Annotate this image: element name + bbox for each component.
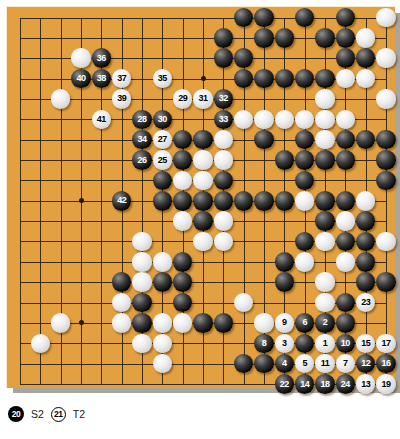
black-stone [376, 130, 396, 150]
white-stone [376, 48, 396, 68]
white-stone: 1 [315, 334, 335, 354]
black-stone [173, 150, 193, 170]
move-number: 16 [381, 359, 390, 368]
black-stone [214, 48, 234, 68]
white-stone [214, 232, 234, 252]
black-stone [214, 313, 234, 333]
white-stone [356, 69, 376, 89]
white-stone: 29 [173, 89, 193, 109]
black-stone: 34 [132, 130, 152, 150]
black-stone [336, 130, 356, 150]
move-21-stone-icon: 21 [51, 407, 66, 422]
white-stone [112, 313, 132, 333]
move-number: 35 [158, 74, 167, 83]
move-number: 39 [117, 94, 126, 103]
white-stone: 17 [376, 334, 396, 354]
black-stone [356, 252, 376, 272]
black-stone [173, 191, 193, 211]
black-stone [132, 293, 152, 313]
black-stone [193, 191, 213, 211]
black-stone [132, 313, 152, 333]
move-number: 9 [282, 318, 287, 327]
white-stone [254, 110, 274, 130]
star-point [79, 320, 84, 325]
black-stone [193, 130, 213, 150]
black-stone [356, 130, 376, 150]
white-stone [275, 110, 295, 130]
white-stone [356, 191, 376, 211]
white-stone: 9 [275, 313, 295, 333]
black-stone [315, 150, 335, 170]
black-stone [193, 313, 213, 333]
black-stone [173, 130, 193, 150]
move-number: 24 [341, 380, 350, 389]
move-number: 36 [97, 54, 106, 63]
page: 3640383735392931324128303334272625422396… [0, 0, 400, 439]
white-stone [214, 150, 234, 170]
move-number: 19 [381, 380, 390, 389]
move-number: 11 [321, 359, 330, 368]
star-point [201, 76, 206, 81]
black-stone: 36 [92, 48, 112, 68]
white-stone [153, 313, 173, 333]
white-stone [132, 252, 152, 272]
black-stone [153, 171, 173, 191]
black-stone [356, 272, 376, 292]
white-stone [132, 272, 152, 292]
black-stone [112, 272, 132, 292]
white-stone [173, 313, 193, 333]
white-stone [336, 110, 356, 130]
white-stone [254, 313, 274, 333]
white-stone [51, 313, 71, 333]
black-stone [315, 191, 335, 211]
white-stone [315, 130, 335, 150]
black-stone [173, 252, 193, 272]
black-stone [275, 252, 295, 272]
black-stone: 32 [214, 89, 234, 109]
move-number: 38 [97, 74, 106, 83]
move-number: 33 [219, 115, 228, 124]
black-stone [315, 69, 335, 89]
black-stone: 33 [214, 110, 234, 130]
white-stone [376, 232, 396, 252]
black-stone [173, 272, 193, 292]
black-stone [315, 211, 335, 231]
black-stone [153, 191, 173, 211]
move-number: 30 [158, 115, 167, 124]
black-stone [336, 48, 356, 68]
move-number: 27 [158, 135, 167, 144]
white-stone [234, 110, 254, 130]
white-stone: 11 [315, 354, 335, 374]
move-number: 22 [280, 380, 289, 389]
move-number: 42 [117, 196, 126, 205]
white-stone: 5 [295, 354, 315, 374]
move-number: 34 [137, 135, 146, 144]
move-number: 37 [117, 74, 126, 83]
black-stone [336, 28, 356, 48]
move-20-stone-icon: 20 [8, 406, 24, 422]
black-stone: 38 [92, 69, 112, 89]
move-number: 4 [282, 359, 287, 368]
black-stone [336, 8, 356, 28]
black-stone [275, 272, 295, 292]
black-stone: 12 [356, 354, 376, 374]
white-stone [71, 48, 91, 68]
move-number: 25 [158, 156, 167, 165]
move-number: 18 [320, 380, 329, 389]
white-stone [315, 110, 335, 130]
white-stone [173, 171, 193, 191]
white-stone: 13 [356, 374, 376, 394]
white-stone [153, 354, 173, 374]
move-21-coordinate: T2 [73, 408, 85, 420]
white-stone [295, 110, 315, 130]
white-stone [376, 89, 396, 109]
black-stone: 16 [376, 354, 396, 374]
white-stone: 35 [153, 69, 173, 89]
move-number: 32 [219, 94, 228, 103]
black-stone [275, 191, 295, 211]
black-stone [234, 191, 254, 211]
star-point [79, 198, 84, 203]
black-stone [234, 354, 254, 374]
black-stone [336, 191, 356, 211]
white-stone [51, 89, 71, 109]
white-stone: 7 [336, 354, 356, 374]
black-stone: 4 [275, 354, 295, 374]
white-stone: 23 [356, 293, 376, 313]
move-number: 26 [137, 156, 146, 165]
go-board: 3640383735392931324128303334272625422396… [6, 6, 395, 388]
grid-line-vertical [386, 18, 387, 385]
white-stone [193, 232, 213, 252]
black-stone [275, 69, 295, 89]
white-stone [336, 69, 356, 89]
move-number: 6 [302, 318, 307, 327]
black-stone [254, 191, 274, 211]
black-stone: 42 [112, 191, 132, 211]
white-stone [336, 252, 356, 272]
black-stone [295, 130, 315, 150]
black-stone [295, 171, 315, 191]
black-stone [295, 150, 315, 170]
move-number: 17 [381, 339, 390, 348]
black-stone [254, 354, 274, 374]
move-number: 13 [361, 380, 370, 389]
white-stone [295, 191, 315, 211]
black-stone: 14 [295, 374, 315, 394]
black-stone: 10 [336, 334, 356, 354]
white-stone [214, 211, 234, 231]
white-stone [315, 89, 335, 109]
black-stone: 24 [336, 374, 356, 394]
black-stone [153, 272, 173, 292]
white-stone [112, 293, 132, 313]
move-number: 31 [198, 94, 207, 103]
black-stone [173, 293, 193, 313]
black-stone [356, 211, 376, 231]
white-stone [376, 8, 396, 28]
white-stone [153, 334, 173, 354]
black-stone: 6 [295, 313, 315, 333]
white-stone [132, 334, 152, 354]
black-stone: 26 [132, 150, 152, 170]
white-stone: 41 [92, 110, 112, 130]
black-stone [214, 191, 234, 211]
black-stone [295, 8, 315, 28]
white-stone [173, 211, 193, 231]
white-stone [193, 171, 213, 191]
black-stone [376, 171, 396, 191]
black-stone [336, 293, 356, 313]
move-number: 5 [302, 359, 307, 368]
white-stone [193, 150, 213, 170]
black-stone [336, 150, 356, 170]
move-number: 8 [262, 339, 267, 348]
move-number: 40 [76, 74, 85, 83]
white-stone [315, 272, 335, 292]
move-number: 3 [282, 339, 287, 348]
black-stone: 28 [132, 110, 152, 130]
move-number: 28 [137, 115, 146, 124]
white-stone: 39 [112, 89, 132, 109]
white-stone: 19 [376, 374, 396, 394]
black-stone [254, 28, 274, 48]
white-stone [315, 232, 335, 252]
black-stone [356, 232, 376, 252]
black-stone [275, 150, 295, 170]
white-stone [234, 293, 254, 313]
white-stone [295, 252, 315, 272]
white-stone: 25 [153, 150, 173, 170]
move-number: 12 [361, 359, 370, 368]
white-stone: 37 [112, 69, 132, 89]
black-stone [315, 28, 335, 48]
black-stone [234, 8, 254, 28]
move-number: 2 [323, 318, 328, 327]
black-stone: 2 [315, 313, 335, 333]
black-stone [254, 130, 274, 150]
white-stone: 15 [356, 334, 376, 354]
black-stone [234, 69, 254, 89]
move-number: 1 [323, 339, 328, 348]
black-stone [356, 48, 376, 68]
white-stone [31, 334, 51, 354]
white-stone [214, 130, 234, 150]
black-stone [193, 211, 213, 231]
black-stone [275, 28, 295, 48]
white-stone [356, 28, 376, 48]
black-stone [295, 232, 315, 252]
black-stone: 22 [275, 374, 295, 394]
caption: 20 S2 21 T2 [8, 403, 85, 425]
white-stone: 27 [153, 130, 173, 150]
black-stone [254, 69, 274, 89]
black-stone [214, 28, 234, 48]
black-stone [295, 334, 315, 354]
black-stone [234, 48, 254, 68]
white-stone [336, 211, 356, 231]
move-20-coordinate: S2 [31, 408, 44, 420]
move-number: 29 [178, 94, 187, 103]
black-stone [376, 272, 396, 292]
move-number: 14 [300, 380, 309, 389]
move-number: 41 [97, 115, 106, 124]
white-stone [132, 232, 152, 252]
black-stone [336, 232, 356, 252]
move-number: 15 [361, 339, 370, 348]
black-stone [376, 150, 396, 170]
black-stone [295, 69, 315, 89]
move-number: 23 [361, 298, 370, 307]
white-stone: 31 [193, 89, 213, 109]
black-stone [336, 313, 356, 333]
black-stone [214, 171, 234, 191]
black-stone: 18 [315, 374, 335, 394]
white-stone: 3 [275, 334, 295, 354]
move-number: 7 [343, 359, 348, 368]
white-stone [153, 252, 173, 272]
black-stone: 30 [153, 110, 173, 130]
move-number: 10 [341, 339, 350, 348]
grid-line-horizontal [20, 262, 386, 263]
white-stone [315, 293, 335, 313]
black-stone: 40 [71, 69, 91, 89]
black-stone [254, 8, 274, 28]
black-stone: 8 [254, 334, 274, 354]
